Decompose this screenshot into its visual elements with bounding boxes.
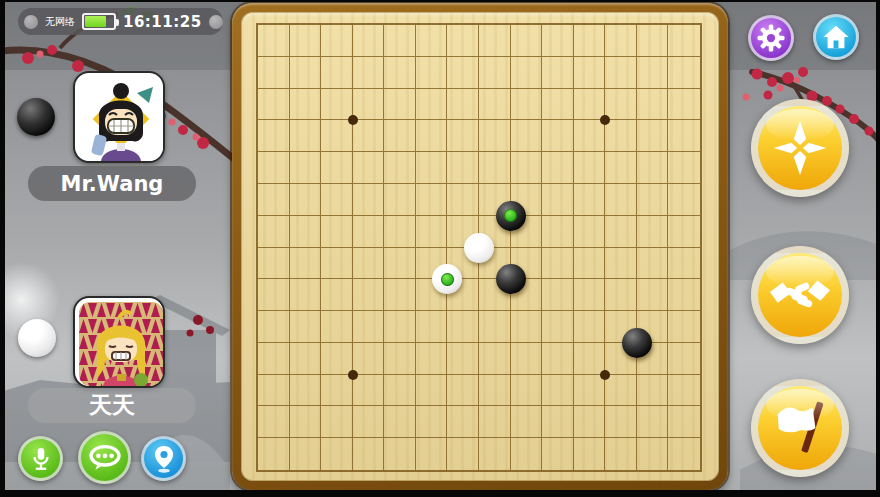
- frame-edge: [876, 0, 880, 497]
- gomoku-board[interactable]: [232, 3, 728, 490]
- network-status-label: 无网络: [45, 15, 75, 29]
- board-cell[interactable]: [416, 184, 448, 216]
- board-cell[interactable]: [542, 375, 574, 407]
- stone-black: [496, 201, 526, 231]
- board-cell[interactable]: [258, 311, 290, 343]
- board-cell[interactable]: [353, 343, 385, 375]
- board-cell[interactable]: [542, 57, 574, 89]
- location-pin-icon: [151, 444, 177, 474]
- board-cell[interactable]: [258, 57, 290, 89]
- star-point: [600, 370, 610, 380]
- board-cell[interactable]: [384, 184, 416, 216]
- board-cell[interactable]: [605, 57, 637, 89]
- board-cell[interactable]: [258, 152, 290, 184]
- board-cell[interactable]: [668, 120, 700, 152]
- board-cell[interactable]: [290, 406, 322, 438]
- board-cell[interactable]: [353, 57, 385, 89]
- board-cell[interactable]: [353, 184, 385, 216]
- board-grid[interactable]: [256, 23, 702, 472]
- board-cell[interactable]: [574, 152, 606, 184]
- board-cell[interactable]: [353, 438, 385, 470]
- board-cell[interactable]: [416, 25, 448, 57]
- board-surface: [241, 12, 719, 481]
- black-player-name: Mr.Wang: [28, 166, 196, 201]
- board-cell[interactable]: [321, 248, 353, 280]
- board-cell[interactable]: [258, 343, 290, 375]
- board-cell[interactable]: [447, 311, 479, 343]
- board-cell[interactable]: [542, 184, 574, 216]
- board-cell[interactable]: [479, 120, 511, 152]
- board-cell[interactable]: [290, 438, 322, 470]
- board-cell[interactable]: [416, 89, 448, 121]
- board-cell[interactable]: [416, 216, 448, 248]
- stone-black: [496, 264, 526, 294]
- board-cell[interactable]: [353, 248, 385, 280]
- chat-button[interactable]: [78, 431, 131, 484]
- board-cell[interactable]: [353, 25, 385, 57]
- board-cell[interactable]: [605, 248, 637, 280]
- board-cell[interactable]: [542, 279, 574, 311]
- board-cell[interactable]: [511, 152, 543, 184]
- board-cell[interactable]: [668, 25, 700, 57]
- board-cell[interactable]: [258, 216, 290, 248]
- board-cell[interactable]: [605, 184, 637, 216]
- board-cell[interactable]: [542, 311, 574, 343]
- board-cell[interactable]: [447, 120, 479, 152]
- board-cell[interactable]: [353, 311, 385, 343]
- board-cell[interactable]: [384, 406, 416, 438]
- board-cell[interactable]: [258, 25, 290, 57]
- board-cell[interactable]: [353, 375, 385, 407]
- board-cell[interactable]: [447, 152, 479, 184]
- microphone-icon: [28, 445, 54, 473]
- stone-white: [432, 264, 462, 294]
- stone-white: [464, 233, 494, 263]
- avatar-art-girl-blonde-hair: [79, 302, 163, 386]
- board-cell[interactable]: [384, 248, 416, 280]
- board-cell[interactable]: [511, 343, 543, 375]
- board-cell[interactable]: [321, 279, 353, 311]
- board-cell[interactable]: [574, 25, 606, 57]
- board-cell[interactable]: [668, 343, 700, 375]
- board-cell[interactable]: [290, 89, 322, 121]
- board-cell[interactable]: [447, 406, 479, 438]
- board-cell[interactable]: [574, 184, 606, 216]
- board-cell[interactable]: [321, 438, 353, 470]
- board-cell[interactable]: [290, 375, 322, 407]
- frame-edge: [0, 0, 5, 497]
- board-cell[interactable]: [479, 89, 511, 121]
- board-cell[interactable]: [416, 311, 448, 343]
- board-cell[interactable]: [447, 375, 479, 407]
- board-cell[interactable]: [668, 216, 700, 248]
- board-cell[interactable]: [321, 57, 353, 89]
- last-move-marker: [504, 209, 517, 222]
- frame-edge: [0, 490, 880, 497]
- board-cell[interactable]: [637, 375, 669, 407]
- board-cell[interactable]: [637, 120, 669, 152]
- board-cell[interactable]: [668, 184, 700, 216]
- board-cell[interactable]: [542, 406, 574, 438]
- board-cell[interactable]: [321, 406, 353, 438]
- board-cell[interactable]: [416, 57, 448, 89]
- board-cell[interactable]: [637, 438, 669, 470]
- board-cell[interactable]: [605, 216, 637, 248]
- board-cell[interactable]: [321, 343, 353, 375]
- avatar-art-girl-black-hair: [79, 77, 163, 161]
- board-cell[interactable]: [668, 248, 700, 280]
- board-cell[interactable]: [542, 152, 574, 184]
- last-move-marker: [441, 273, 454, 286]
- board-cell[interactable]: [321, 184, 353, 216]
- board-cell[interactable]: [511, 375, 543, 407]
- board-cell[interactable]: [605, 152, 637, 184]
- board-cell[interactable]: [447, 89, 479, 121]
- board-cell[interactable]: [447, 184, 479, 216]
- board-cell[interactable]: [353, 279, 385, 311]
- board-cell[interactable]: [511, 438, 543, 470]
- board-cell[interactable]: [574, 406, 606, 438]
- settings-button[interactable]: [748, 15, 794, 61]
- handshake-icon: [769, 273, 831, 317]
- board-cell[interactable]: [542, 216, 574, 248]
- board-cell[interactable]: [542, 89, 574, 121]
- board-cell[interactable]: [353, 89, 385, 121]
- board-cell[interactable]: [542, 248, 574, 280]
- board-cell[interactable]: [668, 89, 700, 121]
- board-cell[interactable]: [668, 152, 700, 184]
- board-cell[interactable]: [605, 375, 637, 407]
- board-cell[interactable]: [637, 406, 669, 438]
- board-cell[interactable]: [605, 438, 637, 470]
- board-cell[interactable]: [511, 311, 543, 343]
- navigation-button[interactable]: [751, 99, 849, 197]
- battery-icon: [82, 13, 116, 30]
- handshake-button[interactable]: [751, 246, 849, 344]
- board-cell[interactable]: [290, 120, 322, 152]
- white-player-avatar: [73, 296, 165, 388]
- board-cell[interactable]: [479, 343, 511, 375]
- board-cell[interactable]: [479, 57, 511, 89]
- board-cell[interactable]: [384, 89, 416, 121]
- board-cell[interactable]: [637, 248, 669, 280]
- board-cell[interactable]: [384, 311, 416, 343]
- board-cell[interactable]: [605, 89, 637, 121]
- board-cell[interactable]: [416, 438, 448, 470]
- board-cell[interactable]: [384, 216, 416, 248]
- board-cell[interactable]: [258, 438, 290, 470]
- chat-bubble-icon: [88, 444, 122, 472]
- board-cell[interactable]: [668, 57, 700, 89]
- board-cell[interactable]: [479, 406, 511, 438]
- board-cell[interactable]: [511, 406, 543, 438]
- board-cell[interactable]: [384, 120, 416, 152]
- board-cell[interactable]: [416, 375, 448, 407]
- board-cell[interactable]: [290, 216, 322, 248]
- black-player-stone-indicator: [17, 98, 55, 136]
- star-point: [348, 115, 358, 125]
- board-cell[interactable]: [668, 311, 700, 343]
- board-cell[interactable]: [574, 311, 606, 343]
- board-cell[interactable]: [321, 311, 353, 343]
- board-cell[interactable]: [574, 89, 606, 121]
- board-cell[interactable]: [605, 25, 637, 57]
- board-cell[interactable]: [258, 375, 290, 407]
- frame-edge: [0, 0, 880, 2]
- board-cell[interactable]: [574, 438, 606, 470]
- star-point: [348, 370, 358, 380]
- board-cell[interactable]: [542, 343, 574, 375]
- voice-button[interactable]: [18, 436, 63, 481]
- board-cell[interactable]: [321, 120, 353, 152]
- battery-fill: [85, 16, 106, 27]
- board-cell[interactable]: [384, 375, 416, 407]
- board-cell[interactable]: [447, 25, 479, 57]
- status-bar: 无网络 16:11:25: [18, 8, 223, 35]
- board-cell[interactable]: [574, 343, 606, 375]
- board-cell[interactable]: [321, 25, 353, 57]
- board-cell[interactable]: [447, 343, 479, 375]
- board-cell[interactable]: [353, 216, 385, 248]
- board-cell[interactable]: [605, 406, 637, 438]
- board-cell[interactable]: [447, 438, 479, 470]
- board-cell[interactable]: [574, 248, 606, 280]
- board-cell[interactable]: [479, 152, 511, 184]
- white-player-stone-indicator: [18, 319, 56, 357]
- location-button[interactable]: [141, 436, 186, 481]
- board-cell[interactable]: [637, 216, 669, 248]
- board-cell[interactable]: [447, 57, 479, 89]
- board-cell[interactable]: [637, 152, 669, 184]
- board-cell[interactable]: [321, 216, 353, 248]
- board-cell[interactable]: [605, 120, 637, 152]
- board-cell[interactable]: [479, 375, 511, 407]
- white-player-name: 天天: [28, 388, 196, 423]
- board-cell[interactable]: [290, 152, 322, 184]
- board-cell[interactable]: [668, 438, 700, 470]
- game-screen: 无网络 16:11:25 Mr.Wang: [0, 0, 880, 497]
- status-bar-right-cap: [209, 15, 223, 29]
- board-cell[interactable]: [258, 406, 290, 438]
- board-cell[interactable]: [542, 25, 574, 57]
- stone-black: [622, 328, 652, 358]
- board-cell[interactable]: [416, 343, 448, 375]
- board-cell[interactable]: [416, 406, 448, 438]
- board-cell[interactable]: [353, 406, 385, 438]
- board-cell[interactable]: [258, 279, 290, 311]
- board-cell[interactable]: [637, 57, 669, 89]
- board-cell[interactable]: [290, 184, 322, 216]
- star-point: [600, 115, 610, 125]
- board-cell[interactable]: [668, 279, 700, 311]
- board-cell[interactable]: [574, 279, 606, 311]
- board-cell[interactable]: [574, 57, 606, 89]
- white-flag-icon: [771, 399, 829, 457]
- black-player-avatar: [73, 71, 165, 163]
- board-cell[interactable]: [290, 311, 322, 343]
- board-cell[interactable]: [637, 89, 669, 121]
- board-cell[interactable]: [574, 120, 606, 152]
- board-cell[interactable]: [258, 184, 290, 216]
- board-cell[interactable]: [637, 25, 669, 57]
- board-cell[interactable]: [290, 279, 322, 311]
- board-cell[interactable]: [384, 152, 416, 184]
- cross-arrows-icon: [771, 119, 829, 177]
- board-cell[interactable]: [290, 57, 322, 89]
- board-cell[interactable]: [511, 89, 543, 121]
- board-cell[interactable]: [479, 311, 511, 343]
- board-cell[interactable]: [384, 57, 416, 89]
- board-cell[interactable]: [637, 184, 669, 216]
- clock: 16:11:25: [123, 13, 202, 31]
- board-cell[interactable]: [511, 120, 543, 152]
- board-cell[interactable]: [479, 25, 511, 57]
- board-cell[interactable]: [416, 120, 448, 152]
- board-cell[interactable]: [574, 375, 606, 407]
- board-cell[interactable]: [290, 25, 322, 57]
- board-cell[interactable]: [258, 120, 290, 152]
- flag-button[interactable]: [751, 379, 849, 477]
- board-cell[interactable]: [290, 248, 322, 280]
- board-cell[interactable]: [290, 343, 322, 375]
- board-cell[interactable]: [384, 343, 416, 375]
- board-cell[interactable]: [353, 120, 385, 152]
- board-cell[interactable]: [511, 25, 543, 57]
- home-icon: [822, 24, 850, 50]
- board-cell[interactable]: [353, 152, 385, 184]
- board-cell[interactable]: [479, 438, 511, 470]
- board-cell[interactable]: [542, 120, 574, 152]
- board-cell[interactable]: [384, 25, 416, 57]
- board-cell[interactable]: [321, 152, 353, 184]
- status-bar-left-cap: [24, 15, 38, 29]
- board-cell[interactable]: [668, 375, 700, 407]
- board-cell[interactable]: [511, 57, 543, 89]
- board-cell[interactable]: [321, 375, 353, 407]
- board-cell[interactable]: [384, 279, 416, 311]
- board-cell[interactable]: [574, 216, 606, 248]
- board-cell[interactable]: [258, 248, 290, 280]
- board-cell[interactable]: [637, 279, 669, 311]
- gear-icon: [756, 23, 786, 53]
- board-cell[interactable]: [321, 89, 353, 121]
- board-cell[interactable]: [605, 279, 637, 311]
- board-cell[interactable]: [542, 438, 574, 470]
- board-cell[interactable]: [668, 406, 700, 438]
- board-cell[interactable]: [416, 152, 448, 184]
- board-cell[interactable]: [384, 438, 416, 470]
- home-button[interactable]: [813, 14, 859, 60]
- board-cell[interactable]: [258, 89, 290, 121]
